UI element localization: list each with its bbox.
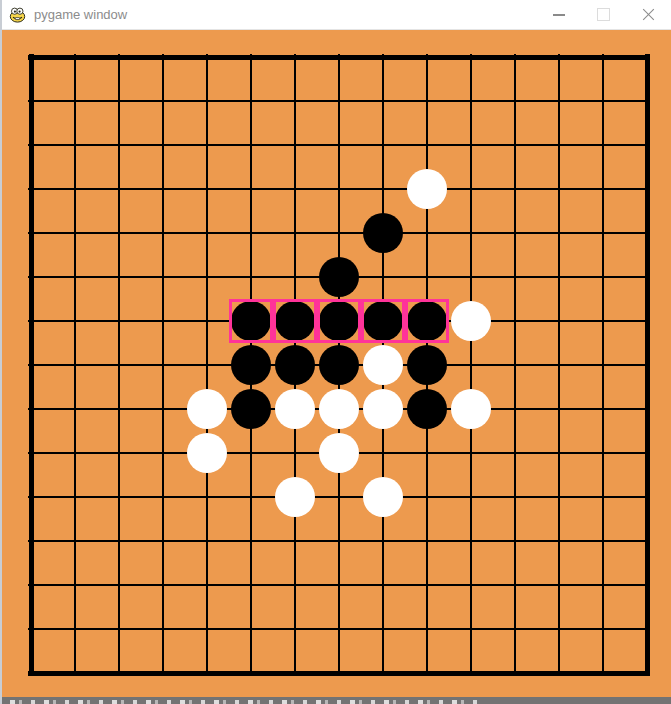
grid-line-horizontal — [28, 671, 650, 676]
white-stone — [363, 345, 403, 385]
close-icon — [642, 8, 655, 21]
black-stone — [275, 345, 315, 385]
white-stone — [275, 477, 315, 517]
white-stone — [319, 433, 359, 473]
black-stone — [407, 345, 447, 385]
win-highlight-box — [361, 299, 405, 343]
maximize-icon — [597, 8, 610, 21]
white-stone — [451, 301, 491, 341]
win-highlight-box — [229, 299, 273, 343]
close-button[interactable] — [626, 0, 671, 29]
minimize-button[interactable] — [536, 0, 581, 29]
win-highlight-box — [273, 299, 317, 343]
clipped-console-text — [10, 700, 480, 704]
grid-line-vertical — [602, 54, 604, 676]
white-stone — [275, 389, 315, 429]
black-stone — [319, 345, 359, 385]
black-stone — [363, 213, 403, 253]
window-titlebar[interactable]: pygame window — [2, 0, 671, 30]
window-title: pygame window — [34, 7, 127, 22]
white-stone — [407, 169, 447, 209]
white-stone — [187, 433, 227, 473]
background-console-strip — [2, 697, 671, 704]
pygame-window: pygame window — [0, 0, 671, 704]
black-stone — [407, 389, 447, 429]
pygame-snake-icon — [9, 6, 26, 23]
grid-line-vertical — [558, 54, 560, 676]
white-stone — [187, 389, 227, 429]
black-stone — [319, 257, 359, 297]
grid-line-horizontal — [28, 496, 650, 498]
black-stone — [231, 389, 271, 429]
white-stone — [363, 477, 403, 517]
grid-line-horizontal — [28, 628, 650, 630]
minimize-icon — [553, 14, 565, 16]
grid-line-vertical — [470, 54, 472, 676]
grid-line-vertical — [514, 54, 516, 676]
gomoku-board[interactable] — [31, 57, 647, 673]
grid-line-vertical — [645, 54, 650, 676]
black-stone — [231, 345, 271, 385]
win-highlight-box — [317, 299, 361, 343]
grid-line-horizontal — [28, 584, 650, 586]
grid-line-horizontal — [28, 540, 650, 542]
win-highlight-box — [405, 299, 449, 343]
white-stone — [451, 389, 491, 429]
maximize-button[interactable] — [581, 0, 626, 29]
white-stone — [363, 389, 403, 429]
white-stone — [319, 389, 359, 429]
